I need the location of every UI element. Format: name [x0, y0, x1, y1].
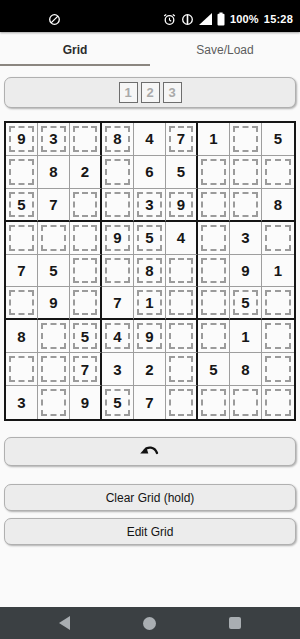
editable-cell-marker	[105, 258, 130, 284]
cell-r3c4[interactable]	[102, 189, 134, 222]
cell-r6c9[interactable]	[262, 287, 294, 320]
cell-value: 9	[17, 130, 25, 147]
editable-cell-marker	[105, 192, 130, 217]
cell-r7c3[interactable]: 5	[70, 320, 102, 353]
cell-r2c6[interactable]: 5	[166, 156, 198, 189]
cell-r7c7[interactable]	[198, 320, 230, 353]
cell-value: 9	[81, 394, 89, 411]
nav-recents-icon[interactable]	[229, 617, 241, 629]
edit-grid-button[interactable]: Edit Grid	[4, 518, 296, 545]
cell-r5c6[interactable]	[166, 255, 198, 288]
cell-r5c7[interactable]	[198, 255, 230, 288]
tab-grid-label: Grid	[63, 43, 88, 57]
nav-back-icon[interactable]	[59, 616, 70, 630]
tab-save-load-label: Save/Load	[196, 43, 253, 57]
tab-bar: Grid Save/Load	[0, 32, 300, 68]
cell-r7c2[interactable]	[38, 320, 70, 353]
editable-cell-marker	[169, 323, 193, 349]
editable-cell-marker	[201, 323, 226, 349]
cell-r6c8[interactable]: 5	[230, 287, 262, 320]
cell-r8c6[interactable]	[166, 353, 198, 386]
cell-r7c1[interactable]: 8	[6, 320, 38, 353]
data-saver-icon	[181, 13, 194, 26]
editable-cell-marker	[201, 159, 226, 185]
cell-r7c4[interactable]: 4	[102, 320, 134, 353]
cell-r3c9[interactable]: 8	[262, 189, 294, 222]
cell-value: 5	[113, 394, 121, 411]
undo-button[interactable]	[4, 437, 296, 466]
sudoku-grid: 9384715826557398954375891971585491732583…	[4, 121, 296, 421]
cell-r9c7[interactable]	[198, 386, 230, 419]
cell-value: 5	[17, 196, 25, 213]
cell-r4c2[interactable]	[38, 222, 70, 255]
cell-r5c2[interactable]: 5	[38, 255, 70, 288]
cell-value: 9	[177, 196, 185, 213]
cell-r2c9[interactable]	[262, 156, 294, 189]
clear-grid-button[interactable]: Clear Grid (hold)	[4, 484, 296, 511]
editable-cell-marker	[169, 258, 193, 284]
cell-r1c1[interactable]: 9	[6, 123, 38, 156]
alarm-icon	[163, 13, 176, 26]
cell-r2c7[interactable]	[198, 156, 230, 189]
cell-value: 3	[17, 394, 25, 411]
editable-cell-marker	[41, 323, 66, 349]
cell-r2c3[interactable]: 2	[70, 156, 102, 189]
selected-tab-indicator	[0, 64, 150, 66]
cell-value: 7	[17, 262, 25, 279]
notifications-off-icon	[48, 13, 61, 26]
cell-r3c6[interactable]: 9	[166, 189, 198, 222]
cell-value: 4	[177, 229, 185, 246]
cell-value: 6	[145, 163, 153, 180]
editable-cell-marker	[73, 192, 97, 217]
cell-value: 5	[49, 262, 57, 279]
edit-grid-label: Edit Grid	[127, 525, 174, 539]
clear-grid-label: Clear Grid (hold)	[106, 491, 195, 505]
editable-cell-marker	[73, 126, 97, 152]
cell-value: 8	[113, 130, 121, 147]
nav-home-icon[interactable]	[143, 617, 156, 630]
cell-r8c2[interactable]	[38, 353, 70, 386]
cell-value: 8	[241, 361, 249, 378]
cell-value: 1	[274, 262, 282, 279]
cell-r7c5[interactable]: 9	[134, 320, 166, 353]
editable-cell-marker	[9, 159, 34, 185]
cell-r9c3[interactable]: 9	[70, 386, 102, 419]
editable-cell-marker	[265, 356, 291, 382]
cell-value: 8	[49, 163, 57, 180]
cell-r6c3[interactable]	[70, 287, 102, 320]
undo-arrow-icon	[139, 445, 161, 458]
editable-cell-marker	[265, 389, 291, 416]
cell-value: 5	[209, 361, 217, 378]
cell-r4c9[interactable]	[262, 222, 294, 255]
editable-cell-marker	[265, 290, 291, 315]
cell-r3c8[interactable]	[230, 189, 262, 222]
cell-r3c3[interactable]	[70, 189, 102, 222]
cell-r9c5[interactable]: 7	[134, 386, 166, 419]
cell-r7c8[interactable]: 1	[230, 320, 262, 353]
editable-cell-marker	[9, 225, 34, 251]
cell-r1c8[interactable]	[230, 123, 262, 156]
cell-r1c4[interactable]: 8	[102, 123, 134, 156]
cell-value: 4	[145, 130, 153, 147]
cell-r1c2[interactable]: 3	[38, 123, 70, 156]
editable-cell-marker	[73, 290, 97, 315]
editable-cell-marker	[73, 225, 97, 251]
cell-value: 9	[145, 328, 153, 345]
number-option-1[interactable]: 1	[119, 82, 138, 103]
cell-value: 5	[177, 163, 185, 180]
cell-r8c3[interactable]: 7	[70, 353, 102, 386]
cell-r1c7[interactable]: 1	[198, 123, 230, 156]
cell-value: 2	[145, 361, 153, 378]
cell-value: 7	[177, 130, 185, 147]
number-option-2[interactable]: 2	[141, 82, 160, 103]
editable-cell-marker	[233, 192, 258, 217]
battery-icon	[217, 12, 225, 26]
cell-value: 7	[81, 361, 89, 378]
status-time: 15:28	[264, 13, 293, 25]
editable-cell-marker	[201, 192, 226, 217]
editable-cell-marker	[201, 258, 226, 284]
cell-r7c6[interactable]	[166, 320, 198, 353]
editable-cell-marker	[73, 258, 97, 284]
editable-cell-marker	[201, 389, 226, 416]
editable-cell-marker	[233, 126, 258, 152]
cell-r1c3[interactable]	[70, 123, 102, 156]
cell-value: 9	[113, 229, 121, 246]
cell-r9c8[interactable]	[230, 386, 262, 419]
cell-r5c4[interactable]	[102, 255, 134, 288]
battery-percent: 100%	[230, 13, 259, 25]
cell-r4c3[interactable]	[70, 222, 102, 255]
cell-r2c2[interactable]: 8	[38, 156, 70, 189]
cell-value: 4	[113, 328, 121, 345]
cell-r3c7[interactable]	[198, 189, 230, 222]
tab-save-load[interactable]: Save/Load	[150, 32, 300, 68]
cell-r2c4[interactable]	[102, 156, 134, 189]
cell-value: 9	[241, 262, 249, 279]
editable-cell-marker	[169, 389, 193, 416]
editable-cell-marker	[169, 290, 193, 315]
cell-value: 8	[274, 196, 282, 213]
cell-r9c4[interactable]: 5	[102, 386, 134, 419]
cell-r2c5[interactable]: 6	[134, 156, 166, 189]
cell-r9c9[interactable]	[262, 386, 294, 419]
cell-value: 8	[145, 262, 153, 279]
cell-value: 3	[49, 130, 57, 147]
cell-r3c2[interactable]: 7	[38, 189, 70, 222]
status-bar: 100% 15:28	[0, 0, 300, 32]
editable-cell-marker	[41, 356, 66, 382]
cell-r4c4[interactable]: 9	[102, 222, 134, 255]
editable-cell-marker	[233, 389, 258, 416]
cell-r8c5[interactable]: 2	[134, 353, 166, 386]
cell-value: 1	[145, 294, 153, 311]
cell-r5c5[interactable]: 8	[134, 255, 166, 288]
editable-cell-marker	[233, 159, 258, 185]
cell-r6c5[interactable]: 1	[134, 287, 166, 320]
cell-r1c5[interactable]: 4	[134, 123, 166, 156]
cell-r4c5[interactable]: 5	[134, 222, 166, 255]
cell-r8c4[interactable]: 3	[102, 353, 134, 386]
cell-r4c6[interactable]: 4	[166, 222, 198, 255]
editable-cell-marker	[169, 356, 193, 382]
cell-value: 7	[49, 196, 57, 213]
cell-r2c1[interactable]	[6, 156, 38, 189]
number-group-selector-button[interactable]: 123	[4, 77, 296, 108]
cell-r9c6[interactable]	[166, 386, 198, 419]
cell-r8c8[interactable]: 8	[230, 353, 262, 386]
cell-r8c7[interactable]: 5	[198, 353, 230, 386]
editable-cell-marker	[265, 225, 291, 251]
signal-icon	[199, 13, 212, 25]
cell-r4c1[interactable]	[6, 222, 38, 255]
cell-r1c9[interactable]: 5	[262, 123, 294, 156]
cell-value: 5	[81, 328, 89, 345]
cell-value: 7	[113, 294, 121, 311]
cell-r3c5[interactable]: 3	[134, 189, 166, 222]
cell-value: 2	[81, 163, 89, 180]
cell-value: 3	[113, 361, 121, 378]
editable-cell-marker	[9, 290, 34, 315]
editable-cell-marker	[41, 225, 66, 251]
cell-value: 3	[145, 196, 153, 213]
cell-r6c4[interactable]: 7	[102, 287, 134, 320]
cell-r4c7[interactable]	[198, 222, 230, 255]
number-option-3[interactable]: 3	[163, 82, 182, 103]
cell-value: 7	[145, 394, 153, 411]
cell-value: 9	[49, 294, 57, 311]
android-nav-bar	[0, 607, 300, 639]
cell-value: 5	[145, 229, 153, 246]
cell-value: 8	[17, 328, 25, 345]
cell-value: 1	[209, 130, 217, 147]
tab-grid[interactable]: Grid	[0, 32, 150, 68]
editable-cell-marker	[41, 389, 66, 416]
editable-cell-marker	[201, 290, 226, 315]
cell-r5c1[interactable]: 7	[6, 255, 38, 288]
cell-r5c9[interactable]: 1	[262, 255, 294, 288]
cell-value: 3	[241, 229, 249, 246]
cell-r8c1[interactable]	[6, 353, 38, 386]
cell-r6c1[interactable]	[6, 287, 38, 320]
cell-r9c2[interactable]	[38, 386, 70, 419]
cell-r8c9[interactable]	[262, 353, 294, 386]
cell-r7c9[interactable]	[262, 320, 294, 353]
cell-r4c8[interactable]: 3	[230, 222, 262, 255]
editable-cell-marker	[201, 225, 226, 251]
cell-r6c2[interactable]: 9	[38, 287, 70, 320]
cell-r5c8[interactable]: 9	[230, 255, 262, 288]
editable-cell-marker	[265, 159, 291, 185]
cell-value: 5	[241, 294, 249, 311]
editable-cell-marker	[265, 323, 291, 349]
cell-value: 5	[274, 130, 282, 147]
cell-r1c6[interactable]: 7	[166, 123, 198, 156]
cell-r9c1[interactable]: 3	[6, 386, 38, 419]
cell-r2c8[interactable]	[230, 156, 262, 189]
cell-r5c3[interactable]	[70, 255, 102, 288]
editable-cell-marker	[105, 159, 130, 185]
cell-r6c6[interactable]	[166, 287, 198, 320]
editable-cell-marker	[9, 356, 34, 382]
cell-r3c1[interactable]: 5	[6, 189, 38, 222]
cell-value: 1	[241, 328, 249, 345]
cell-r6c7[interactable]	[198, 287, 230, 320]
